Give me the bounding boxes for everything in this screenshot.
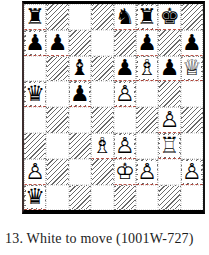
square-a4: [24, 107, 46, 133]
square-h6: ♕: [181, 56, 203, 82]
white-pawn-e3: ♙: [115, 135, 134, 157]
square-d7: [91, 30, 113, 56]
square-g3: ♖: [158, 133, 180, 159]
square-d8: [91, 4, 113, 30]
board-frame: ♜♞♜♚♟♟♟♟♝♟♗♟♕♛♟♙♙♗♙♖♙♔♙♙♛: [22, 1, 205, 214]
square-d2: [91, 159, 113, 185]
square-b5: [46, 81, 68, 107]
square-b3: [46, 133, 68, 159]
black-queen-a1: ♛: [26, 186, 45, 208]
square-f7: ♟: [136, 30, 158, 56]
square-e3: ♙: [114, 133, 136, 159]
square-f8: ♜: [136, 4, 158, 30]
square-g2: [158, 159, 180, 185]
square-a3: [24, 133, 46, 159]
black-queen-a5: ♛: [26, 83, 45, 105]
black-rook-a8: ♜: [26, 6, 45, 28]
white-bishop-f6: ♗: [138, 57, 157, 79]
black-pawn-c5: ♟: [70, 83, 89, 105]
square-h2: ♙: [181, 159, 203, 185]
white-king-e2: ♔: [115, 161, 134, 183]
square-h1: [181, 185, 203, 211]
square-e8: ♞: [114, 4, 136, 30]
white-pawn-g4: ♙: [160, 109, 179, 131]
square-g6: ♟: [158, 56, 180, 82]
square-e1: [114, 185, 136, 211]
square-f3: [136, 133, 158, 159]
square-c5: ♟: [69, 81, 91, 107]
square-f5: [136, 81, 158, 107]
square-d3: ♗: [91, 133, 113, 159]
square-g8: ♚: [158, 4, 180, 30]
square-e6: ♟: [114, 56, 136, 82]
square-g5: [158, 81, 180, 107]
black-pawn-g6: ♟: [160, 57, 179, 79]
square-f6: ♗: [136, 56, 158, 82]
square-e5: ♙: [114, 81, 136, 107]
square-b4: [46, 107, 68, 133]
white-bishop-d3: ♗: [93, 135, 112, 157]
black-king-g8: ♚: [160, 6, 179, 28]
square-c2: [69, 159, 91, 185]
square-d4: [91, 107, 113, 133]
white-pawn-a2: ♙: [26, 161, 45, 183]
diagram-page: ♜♞♜♚♟♟♟♟♝♟♗♟♕♛♟♙♙♗♙♖♙♔♙♙♛ 13. White to m…: [0, 0, 209, 255]
square-b1: [46, 185, 68, 211]
square-a1: ♛: [24, 185, 46, 211]
square-c4: [69, 107, 91, 133]
black-pawn-b7: ♟: [48, 32, 67, 54]
black-knight-e8: ♞: [115, 6, 134, 28]
black-bishop-c6: ♝: [70, 57, 89, 79]
square-h3: [181, 133, 203, 159]
white-pawn-e5: ♙: [115, 83, 134, 105]
square-a2: ♙: [24, 159, 46, 185]
white-queen-h6: ♕: [182, 57, 201, 79]
puzzle-caption: 13. White to move (1001W-727): [5, 231, 194, 247]
white-rook-g3: ♖: [160, 135, 179, 157]
square-h7: ♟: [181, 30, 203, 56]
square-b7: ♟: [46, 30, 68, 56]
square-e4: [114, 107, 136, 133]
square-a6: [24, 56, 46, 82]
square-g1: [158, 185, 180, 211]
square-d5: [91, 81, 113, 107]
square-a5: ♛: [24, 81, 46, 107]
square-b8: [46, 4, 68, 30]
black-pawn-f7: ♟: [138, 32, 157, 54]
square-c8: [69, 4, 91, 30]
black-pawn-e6: ♟: [115, 57, 134, 79]
black-pawn-h7: ♟: [182, 32, 201, 54]
white-pawn-f2: ♙: [138, 161, 157, 183]
square-e2: ♔: [114, 159, 136, 185]
square-h5: [181, 81, 203, 107]
square-d6: [91, 56, 113, 82]
square-f4: [136, 107, 158, 133]
square-f2: ♙: [136, 159, 158, 185]
square-g4: ♙: [158, 107, 180, 133]
square-c6: ♝: [69, 56, 91, 82]
square-h8: [181, 4, 203, 30]
square-b6: [46, 56, 68, 82]
square-c3: [69, 133, 91, 159]
square-f1: [136, 185, 158, 211]
square-b2: [46, 159, 68, 185]
square-g7: [158, 30, 180, 56]
chess-board: ♜♞♜♚♟♟♟♟♝♟♗♟♕♛♟♙♙♗♙♖♙♔♙♙♛: [24, 4, 203, 210]
square-d1: [91, 185, 113, 211]
white-pawn-h2: ♙: [182, 161, 201, 183]
black-pawn-a7: ♟: [26, 32, 45, 54]
square-c1: [69, 185, 91, 211]
black-rook-f8: ♜: [138, 6, 157, 28]
square-e7: [114, 30, 136, 56]
square-c7: [69, 30, 91, 56]
square-h4: [181, 107, 203, 133]
square-a7: ♟: [24, 30, 46, 56]
square-a8: ♜: [24, 4, 46, 30]
